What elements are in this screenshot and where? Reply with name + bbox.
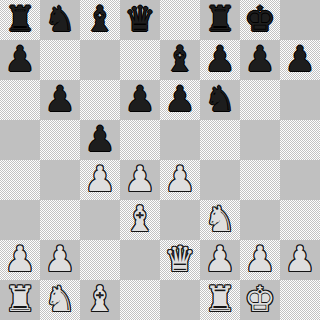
piece-black-pawn[interactable]: ♟ [4, 40, 35, 79]
square-f8[interactable]: ♜ [200, 0, 240, 40]
square-d4[interactable]: ♟ [120, 160, 160, 200]
piece-white-pawn[interactable]: ♟ [204, 240, 235, 279]
piece-white-bishop[interactable]: ♝ [124, 200, 155, 239]
square-a4[interactable] [0, 160, 40, 200]
square-d2[interactable] [120, 240, 160, 280]
square-b2[interactable]: ♟ [40, 240, 80, 280]
piece-black-pawn[interactable]: ♟ [244, 40, 275, 79]
square-g3[interactable] [240, 200, 280, 240]
square-h1[interactable] [280, 280, 320, 320]
piece-black-pawn[interactable]: ♟ [44, 80, 75, 119]
piece-white-rook[interactable]: ♜ [204, 280, 235, 319]
square-f5[interactable] [200, 120, 240, 160]
square-e3[interactable] [160, 200, 200, 240]
piece-black-queen[interactable]: ♛ [124, 0, 155, 39]
square-g8[interactable]: ♚ [240, 0, 280, 40]
piece-white-pawn[interactable]: ♟ [244, 240, 275, 279]
square-f2[interactable]: ♟ [200, 240, 240, 280]
piece-white-pawn[interactable]: ♟ [44, 240, 75, 279]
piece-white-pawn[interactable]: ♟ [84, 160, 115, 199]
piece-white-pawn[interactable]: ♟ [124, 160, 155, 199]
piece-white-knight[interactable]: ♞ [204, 200, 235, 239]
piece-black-king[interactable]: ♚ [244, 0, 275, 39]
square-f7[interactable]: ♟ [200, 40, 240, 80]
piece-white-rook[interactable]: ♜ [4, 280, 35, 319]
square-e2[interactable]: ♛ [160, 240, 200, 280]
piece-black-bishop[interactable]: ♝ [84, 0, 115, 39]
square-b4[interactable] [40, 160, 80, 200]
square-h2[interactable]: ♟ [280, 240, 320, 280]
square-e1[interactable] [160, 280, 200, 320]
piece-white-king[interactable]: ♚ [244, 280, 275, 319]
square-e6[interactable]: ♟ [160, 80, 200, 120]
square-d7[interactable] [120, 40, 160, 80]
square-g7[interactable]: ♟ [240, 40, 280, 80]
square-h7[interactable]: ♟ [280, 40, 320, 80]
square-h5[interactable] [280, 120, 320, 160]
square-h3[interactable] [280, 200, 320, 240]
piece-white-pawn[interactable]: ♟ [284, 240, 315, 279]
square-a3[interactable] [0, 200, 40, 240]
piece-black-pawn[interactable]: ♟ [164, 80, 195, 119]
square-d8[interactable]: ♛ [120, 0, 160, 40]
square-c4[interactable]: ♟ [80, 160, 120, 200]
square-a7[interactable]: ♟ [0, 40, 40, 80]
square-e7[interactable]: ♝ [160, 40, 200, 80]
square-d5[interactable] [120, 120, 160, 160]
piece-white-bishop[interactable]: ♝ [84, 280, 115, 319]
square-c6[interactable] [80, 80, 120, 120]
square-a2[interactable]: ♟ [0, 240, 40, 280]
square-e4[interactable]: ♟ [160, 160, 200, 200]
square-h4[interactable] [280, 160, 320, 200]
square-a6[interactable] [0, 80, 40, 120]
square-c7[interactable] [80, 40, 120, 80]
piece-black-knight[interactable]: ♞ [44, 0, 75, 39]
square-b3[interactable] [40, 200, 80, 240]
square-a8[interactable]: ♜ [0, 0, 40, 40]
square-a1[interactable]: ♜ [0, 280, 40, 320]
square-c3[interactable] [80, 200, 120, 240]
piece-white-knight[interactable]: ♞ [44, 280, 75, 319]
square-h8[interactable] [280, 0, 320, 40]
piece-black-pawn[interactable]: ♟ [84, 120, 115, 159]
square-e8[interactable] [160, 0, 200, 40]
piece-black-rook[interactable]: ♜ [204, 0, 235, 39]
square-c8[interactable]: ♝ [80, 0, 120, 40]
square-f1[interactable]: ♜ [200, 280, 240, 320]
chess-board: ♜♞♝♛♜♚♟♝♟♟♟♟♟♟♞♟♟♟♟♝♞♟♟♛♟♟♟♜♞♝♜♚ [0, 0, 320, 320]
piece-black-pawn[interactable]: ♟ [284, 40, 315, 79]
square-f4[interactable] [200, 160, 240, 200]
square-b6[interactable]: ♟ [40, 80, 80, 120]
piece-white-pawn[interactable]: ♟ [4, 240, 35, 279]
square-f6[interactable]: ♞ [200, 80, 240, 120]
piece-black-rook[interactable]: ♜ [4, 0, 35, 39]
piece-white-pawn[interactable]: ♟ [164, 160, 195, 199]
piece-white-queen[interactable]: ♛ [164, 240, 195, 279]
square-f3[interactable]: ♞ [200, 200, 240, 240]
square-b5[interactable] [40, 120, 80, 160]
square-b8[interactable]: ♞ [40, 0, 80, 40]
piece-black-pawn[interactable]: ♟ [204, 40, 235, 79]
square-c5[interactable]: ♟ [80, 120, 120, 160]
piece-black-pawn[interactable]: ♟ [124, 80, 155, 119]
square-d3[interactable]: ♝ [120, 200, 160, 240]
square-g1[interactable]: ♚ [240, 280, 280, 320]
piece-black-bishop[interactable]: ♝ [164, 40, 195, 79]
square-g4[interactable] [240, 160, 280, 200]
square-g5[interactable] [240, 120, 280, 160]
square-d6[interactable]: ♟ [120, 80, 160, 120]
square-g2[interactable]: ♟ [240, 240, 280, 280]
square-a5[interactable] [0, 120, 40, 160]
square-h6[interactable] [280, 80, 320, 120]
square-b7[interactable] [40, 40, 80, 80]
square-b1[interactable]: ♞ [40, 280, 80, 320]
square-c2[interactable] [80, 240, 120, 280]
square-c1[interactable]: ♝ [80, 280, 120, 320]
piece-black-knight[interactable]: ♞ [204, 80, 235, 119]
square-d1[interactable] [120, 280, 160, 320]
square-e5[interactable] [160, 120, 200, 160]
square-g6[interactable] [240, 80, 280, 120]
